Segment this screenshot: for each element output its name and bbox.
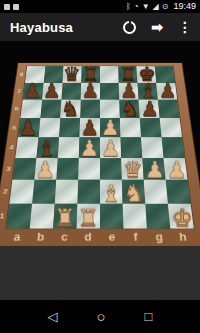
wifi-icon: ▼ xyxy=(142,3,150,11)
app-bar: Hayabusa ➡ ⋮ xyxy=(0,13,200,41)
white-rook[interactable]: ♜ xyxy=(77,206,99,230)
white-pawn[interactable]: ♟ xyxy=(101,117,120,138)
board-square-e8[interactable] xyxy=(100,66,119,82)
board-square-d1[interactable]: ♜ xyxy=(77,203,100,228)
board-square-c7[interactable] xyxy=(61,83,81,100)
board-square-a2[interactable] xyxy=(9,180,34,203)
app-window: ᛒ ◔ ▼ ◢ ⊙ 19:49 Hayabusa ➡ ⋮ 87654321 ♛♜… xyxy=(0,0,200,333)
black-pawn[interactable]: ♟ xyxy=(81,81,99,101)
board-square-e5[interactable]: ♟ xyxy=(100,118,121,137)
board-tray xyxy=(0,246,200,300)
board-square-d2[interactable] xyxy=(77,180,100,203)
file-label-b: b xyxy=(28,228,53,246)
board-square-e3[interactable] xyxy=(100,158,122,180)
file-labels: abcdefgh xyxy=(4,228,196,246)
board-square-c2[interactable] xyxy=(55,180,78,203)
board-square-e2[interactable]: ♝ xyxy=(100,180,123,203)
board-square-a4[interactable] xyxy=(15,137,38,158)
board-square-c4[interactable] xyxy=(58,137,80,158)
board-scene: 87654321 ♛♜♜♚♟♟♟♟♝♟♞♞♟♟♟♟♝♟♟♟♛♟♟♝♞♜♜♚ ab… xyxy=(0,41,200,246)
black-pawn[interactable]: ♟ xyxy=(18,117,37,138)
board-square-h8[interactable] xyxy=(155,66,175,82)
black-bishop[interactable]: ♝ xyxy=(37,137,57,159)
board-square-f8[interactable]: ♜ xyxy=(118,66,137,82)
board-square-g4[interactable] xyxy=(141,137,163,158)
black-queen[interactable]: ♛ xyxy=(63,64,81,84)
white-knight[interactable]: ♞ xyxy=(123,181,144,205)
board-square-e4[interactable]: ♟ xyxy=(100,137,121,158)
board-square-h7[interactable]: ♟ xyxy=(156,83,177,100)
file-label-a: a xyxy=(4,228,30,246)
board-square-a1[interactable] xyxy=(6,203,32,228)
white-pawn[interactable]: ♟ xyxy=(101,137,121,159)
power-icon[interactable] xyxy=(123,21,136,34)
board-square-b4[interactable]: ♝ xyxy=(36,137,58,158)
board-square-b7[interactable]: ♟ xyxy=(42,83,62,100)
board-square-d7[interactable]: ♟ xyxy=(81,83,100,100)
status-clock: 19:49 xyxy=(173,2,196,11)
alarm-icon: ◔ xyxy=(134,3,139,11)
black-knight[interactable]: ♞ xyxy=(121,98,140,119)
board-square-g3[interactable]: ♟ xyxy=(142,158,165,180)
board-square-h5[interactable] xyxy=(160,118,182,137)
black-rook[interactable]: ♜ xyxy=(82,64,100,84)
board-square-f6[interactable]: ♞ xyxy=(119,100,139,118)
board-square-h1[interactable]: ♚ xyxy=(168,203,194,228)
overflow-menu-icon[interactable]: ⋮ xyxy=(178,20,192,34)
board-square-h6[interactable] xyxy=(158,100,180,118)
white-king[interactable]: ♚ xyxy=(171,206,193,230)
board-square-h3[interactable]: ♟ xyxy=(164,158,188,180)
white-queen[interactable]: ♛ xyxy=(123,158,143,181)
file-label-g: g xyxy=(147,228,172,246)
board-square-e1[interactable] xyxy=(100,203,123,228)
white-pawn[interactable]: ♟ xyxy=(145,158,165,181)
file-label-f: f xyxy=(123,228,148,246)
notification-icon xyxy=(4,4,10,10)
file-label-d: d xyxy=(76,228,100,246)
black-pawn[interactable]: ♟ xyxy=(159,81,177,101)
black-rook[interactable]: ♜ xyxy=(119,64,137,84)
board-square-d3[interactable] xyxy=(78,158,100,180)
white-pawn[interactable]: ♟ xyxy=(166,158,186,181)
board-square-a5[interactable]: ♟ xyxy=(18,118,40,137)
black-pawn[interactable]: ♟ xyxy=(141,98,160,119)
file-label-e: e xyxy=(100,228,124,246)
board-square-b8[interactable] xyxy=(44,66,64,82)
board-square-g5[interactable] xyxy=(140,118,162,137)
board-square-d4[interactable]: ♟ xyxy=(79,137,100,158)
board-square-h4[interactable] xyxy=(162,137,185,158)
board-square-b2[interactable] xyxy=(32,180,56,203)
bluetooth-icon: ᛒ xyxy=(126,3,131,11)
board-square-f4[interactable] xyxy=(121,137,143,158)
notification-icon xyxy=(13,4,19,10)
black-pawn[interactable]: ♟ xyxy=(80,117,99,138)
board-square-f1[interactable] xyxy=(123,203,147,228)
board-square-g6[interactable]: ♟ xyxy=(139,100,160,118)
board-square-a7[interactable]: ♟ xyxy=(23,83,44,100)
board-square-f7[interactable]: ♟ xyxy=(119,83,139,100)
page-title: Hayabusa xyxy=(10,20,73,35)
board-square-f3[interactable]: ♛ xyxy=(121,158,144,180)
white-rook[interactable]: ♜ xyxy=(54,206,76,230)
board-square-b1[interactable] xyxy=(30,203,55,228)
board-square-a3[interactable] xyxy=(12,158,36,180)
black-pawn[interactable]: ♟ xyxy=(43,81,61,101)
forward-arrow-icon[interactable]: ➡ xyxy=(151,20,163,34)
board-square-g2[interactable] xyxy=(144,180,168,203)
board-square-c5[interactable] xyxy=(59,118,80,137)
board-square-g7[interactable]: ♝ xyxy=(138,83,158,100)
board-area: 87654321 ♛♜♜♚♟♟♟♟♝♟♞♞♟♟♟♟♝♟♟♟♛♟♟♝♞♜♜♚ ab… xyxy=(0,41,200,300)
board-square-c3[interactable] xyxy=(56,158,79,180)
board-square-b5[interactable] xyxy=(38,118,60,137)
board-square-c6[interactable]: ♞ xyxy=(60,100,80,118)
data-saver-icon: ⊙ xyxy=(162,3,169,11)
black-pawn[interactable]: ♟ xyxy=(23,81,41,101)
white-pawn[interactable]: ♟ xyxy=(35,158,55,181)
board-square-e6[interactable] xyxy=(100,100,120,118)
white-bishop[interactable]: ♝ xyxy=(101,181,122,205)
white-pawn[interactable]: ♟ xyxy=(79,137,99,159)
file-label-c: c xyxy=(52,228,77,246)
status-notification-icons xyxy=(4,4,19,10)
black-bishop[interactable]: ♝ xyxy=(139,81,157,101)
android-nav-bar: ◁ ○ □ xyxy=(0,300,200,333)
file-label-h: h xyxy=(170,228,196,246)
board-square-a6[interactable] xyxy=(20,100,42,118)
board-square-g8[interactable]: ♚ xyxy=(136,66,156,82)
back-button[interactable]: ◁ xyxy=(48,310,58,323)
recents-button[interactable]: □ xyxy=(145,310,153,323)
board-square-e7[interactable] xyxy=(100,83,119,100)
black-king[interactable]: ♚ xyxy=(138,64,156,84)
board-square-c8[interactable]: ♛ xyxy=(62,66,81,82)
black-knight[interactable]: ♞ xyxy=(61,98,80,119)
status-bar: ᛒ ◔ ▼ ◢ ⊙ 19:49 xyxy=(0,0,200,13)
board-square-d6[interactable] xyxy=(80,100,100,118)
board-square-c1[interactable]: ♜ xyxy=(53,203,77,228)
board-square-f2[interactable]: ♞ xyxy=(122,180,145,203)
board-square-h2[interactable] xyxy=(166,180,191,203)
status-system-icons: ᛒ ◔ ▼ ◢ ⊙ 19:49 xyxy=(126,2,196,11)
board-square-a8[interactable] xyxy=(25,66,45,82)
signal-icon: ◢ xyxy=(153,3,159,11)
board-square-d8[interactable]: ♜ xyxy=(81,66,100,82)
black-pawn[interactable]: ♟ xyxy=(120,81,138,101)
board-square-d5[interactable]: ♟ xyxy=(79,118,100,137)
chess-board[interactable]: 87654321 ♛♜♜♚♟♟♟♟♝♟♞♞♟♟♟♟♝♟♟♟♛♟♟♝♞♜♜♚ ab… xyxy=(0,63,200,246)
board-square-b3[interactable]: ♟ xyxy=(34,158,57,180)
board-square-b6[interactable] xyxy=(40,100,61,118)
board-square-f5[interactable] xyxy=(120,118,141,137)
home-button[interactable]: ○ xyxy=(97,309,106,324)
board-square-g1[interactable] xyxy=(145,203,170,228)
